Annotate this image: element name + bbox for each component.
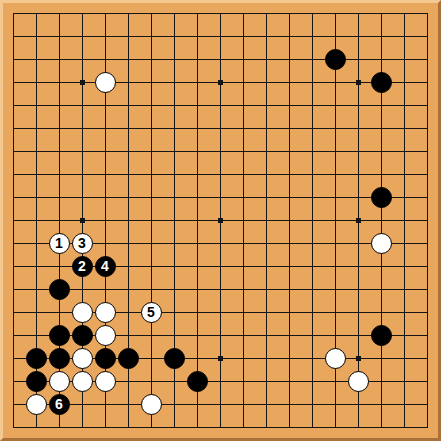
intersection[interactable]	[324, 416, 347, 439]
intersection[interactable]	[370, 209, 393, 232]
intersection[interactable]	[324, 278, 347, 301]
intersection[interactable]	[370, 186, 393, 209]
intersection[interactable]	[186, 186, 209, 209]
intersection[interactable]	[25, 393, 48, 416]
intersection[interactable]	[324, 25, 347, 48]
intersection[interactable]	[94, 301, 117, 324]
intersection[interactable]	[370, 347, 393, 370]
intersection[interactable]	[25, 209, 48, 232]
intersection[interactable]	[416, 48, 439, 71]
intersection[interactable]	[301, 25, 324, 48]
intersection[interactable]	[71, 117, 94, 140]
intersection[interactable]	[209, 117, 232, 140]
intersection[interactable]	[140, 209, 163, 232]
intersection[interactable]	[25, 48, 48, 71]
intersection[interactable]	[140, 278, 163, 301]
intersection[interactable]	[278, 186, 301, 209]
intersection[interactable]	[163, 416, 186, 439]
intersection[interactable]	[94, 117, 117, 140]
intersection[interactable]	[2, 71, 25, 94]
intersection[interactable]	[393, 232, 416, 255]
intersection[interactable]	[347, 25, 370, 48]
intersection[interactable]	[163, 2, 186, 25]
intersection[interactable]	[255, 140, 278, 163]
intersection[interactable]	[416, 117, 439, 140]
intersection[interactable]	[324, 163, 347, 186]
intersection[interactable]	[416, 186, 439, 209]
intersection[interactable]	[71, 94, 94, 117]
intersection[interactable]	[393, 278, 416, 301]
intersection[interactable]	[416, 416, 439, 439]
intersection[interactable]	[94, 25, 117, 48]
intersection[interactable]	[209, 163, 232, 186]
intersection[interactable]	[48, 278, 71, 301]
intersection[interactable]	[347, 140, 370, 163]
intersection[interactable]	[163, 393, 186, 416]
intersection[interactable]	[393, 209, 416, 232]
intersection[interactable]	[255, 324, 278, 347]
intersection[interactable]	[48, 163, 71, 186]
intersection[interactable]	[209, 301, 232, 324]
intersection[interactable]	[232, 232, 255, 255]
intersection[interactable]	[2, 209, 25, 232]
intersection[interactable]	[140, 232, 163, 255]
intersection[interactable]	[48, 71, 71, 94]
intersection[interactable]	[2, 393, 25, 416]
intersection[interactable]	[416, 324, 439, 347]
intersection[interactable]	[48, 347, 71, 370]
intersection[interactable]	[416, 163, 439, 186]
intersection[interactable]	[255, 94, 278, 117]
intersection[interactable]	[48, 48, 71, 71]
intersection[interactable]	[94, 2, 117, 25]
intersection[interactable]	[255, 278, 278, 301]
intersection[interactable]	[25, 416, 48, 439]
intersection[interactable]	[71, 301, 94, 324]
intersection[interactable]	[71, 186, 94, 209]
intersection[interactable]	[163, 71, 186, 94]
intersection[interactable]	[301, 163, 324, 186]
intersection[interactable]	[71, 25, 94, 48]
intersection[interactable]	[71, 163, 94, 186]
intersection[interactable]	[324, 48, 347, 71]
intersection[interactable]	[71, 416, 94, 439]
intersection[interactable]	[416, 347, 439, 370]
intersection[interactable]	[347, 347, 370, 370]
intersection[interactable]	[140, 186, 163, 209]
intersection[interactable]	[232, 393, 255, 416]
intersection[interactable]	[163, 301, 186, 324]
intersection[interactable]	[71, 2, 94, 25]
intersection[interactable]	[71, 209, 94, 232]
intersection[interactable]	[209, 2, 232, 25]
intersection[interactable]: 4	[94, 255, 117, 278]
intersection[interactable]	[94, 324, 117, 347]
intersection[interactable]	[48, 140, 71, 163]
intersection[interactable]	[324, 232, 347, 255]
intersection[interactable]	[232, 347, 255, 370]
intersection[interactable]	[278, 163, 301, 186]
intersection[interactable]	[324, 393, 347, 416]
intersection[interactable]	[278, 25, 301, 48]
intersection[interactable]	[324, 2, 347, 25]
intersection[interactable]	[301, 186, 324, 209]
intersection[interactable]	[2, 2, 25, 25]
intersection[interactable]	[117, 186, 140, 209]
intersection[interactable]	[301, 71, 324, 94]
intersection[interactable]	[48, 209, 71, 232]
intersection[interactable]	[71, 324, 94, 347]
intersection[interactable]	[393, 370, 416, 393]
intersection[interactable]	[255, 186, 278, 209]
intersection[interactable]	[48, 370, 71, 393]
intersection[interactable]	[347, 48, 370, 71]
intersection[interactable]	[117, 117, 140, 140]
intersection[interactable]	[94, 94, 117, 117]
intersection[interactable]	[209, 278, 232, 301]
intersection[interactable]	[278, 255, 301, 278]
intersection[interactable]	[25, 25, 48, 48]
intersection[interactable]	[140, 416, 163, 439]
intersection[interactable]	[301, 347, 324, 370]
intersection[interactable]	[347, 232, 370, 255]
intersection[interactable]	[186, 278, 209, 301]
intersection[interactable]	[347, 324, 370, 347]
intersection[interactable]	[278, 71, 301, 94]
intersection[interactable]	[301, 393, 324, 416]
intersection[interactable]	[117, 2, 140, 25]
intersection[interactable]	[94, 232, 117, 255]
intersection[interactable]	[2, 48, 25, 71]
intersection[interactable]	[186, 416, 209, 439]
intersection[interactable]	[347, 94, 370, 117]
intersection[interactable]	[94, 48, 117, 71]
intersection[interactable]	[186, 209, 209, 232]
intersection[interactable]	[416, 278, 439, 301]
intersection[interactable]	[232, 324, 255, 347]
intersection[interactable]	[416, 209, 439, 232]
intersection[interactable]	[94, 278, 117, 301]
intersection[interactable]	[163, 347, 186, 370]
intersection[interactable]	[393, 393, 416, 416]
intersection[interactable]	[25, 140, 48, 163]
intersection[interactable]	[232, 278, 255, 301]
intersection[interactable]	[324, 209, 347, 232]
intersection[interactable]	[209, 71, 232, 94]
intersection[interactable]	[25, 255, 48, 278]
intersection[interactable]	[71, 278, 94, 301]
intersection[interactable]	[140, 117, 163, 140]
intersection[interactable]	[2, 255, 25, 278]
intersection[interactable]	[117, 324, 140, 347]
intersection[interactable]	[209, 232, 232, 255]
intersection[interactable]	[117, 25, 140, 48]
intersection[interactable]	[393, 94, 416, 117]
intersection[interactable]	[301, 301, 324, 324]
intersection[interactable]	[416, 71, 439, 94]
intersection[interactable]	[117, 255, 140, 278]
intersection[interactable]	[2, 301, 25, 324]
intersection[interactable]	[416, 370, 439, 393]
intersection[interactable]	[370, 278, 393, 301]
intersection[interactable]	[209, 347, 232, 370]
intersection[interactable]	[2, 416, 25, 439]
intersection[interactable]	[416, 94, 439, 117]
intersection[interactable]	[255, 209, 278, 232]
intersection[interactable]	[370, 324, 393, 347]
intersection[interactable]	[140, 94, 163, 117]
intersection[interactable]	[117, 140, 140, 163]
intersection[interactable]	[278, 209, 301, 232]
intersection[interactable]	[163, 324, 186, 347]
intersection[interactable]	[347, 278, 370, 301]
intersection[interactable]	[347, 255, 370, 278]
intersection[interactable]	[48, 255, 71, 278]
intersection[interactable]	[140, 25, 163, 48]
intersection[interactable]	[324, 186, 347, 209]
intersection[interactable]	[186, 255, 209, 278]
intersection[interactable]	[209, 393, 232, 416]
intersection[interactable]	[71, 347, 94, 370]
intersection[interactable]	[117, 278, 140, 301]
intersection[interactable]	[2, 186, 25, 209]
intersection[interactable]	[209, 416, 232, 439]
intersection[interactable]	[25, 186, 48, 209]
intersection[interactable]	[2, 163, 25, 186]
intersection[interactable]	[94, 71, 117, 94]
intersection[interactable]	[71, 71, 94, 94]
intersection[interactable]	[232, 416, 255, 439]
intersection[interactable]	[324, 324, 347, 347]
intersection[interactable]	[140, 324, 163, 347]
intersection[interactable]	[209, 25, 232, 48]
intersection[interactable]	[324, 117, 347, 140]
intersection[interactable]	[232, 140, 255, 163]
intersection[interactable]	[324, 347, 347, 370]
intersection[interactable]	[278, 140, 301, 163]
intersection[interactable]	[117, 232, 140, 255]
intersection[interactable]	[140, 370, 163, 393]
intersection[interactable]	[324, 140, 347, 163]
intersection[interactable]	[163, 278, 186, 301]
intersection[interactable]	[278, 370, 301, 393]
intersection[interactable]	[301, 117, 324, 140]
intersection[interactable]	[186, 71, 209, 94]
intersection[interactable]	[25, 301, 48, 324]
intersection[interactable]	[71, 370, 94, 393]
intersection[interactable]	[347, 163, 370, 186]
intersection[interactable]	[255, 370, 278, 393]
intersection[interactable]	[301, 140, 324, 163]
intersection[interactable]	[71, 140, 94, 163]
intersection[interactable]	[140, 255, 163, 278]
intersection[interactable]	[186, 370, 209, 393]
intersection[interactable]	[347, 301, 370, 324]
intersection[interactable]	[186, 301, 209, 324]
intersection[interactable]	[209, 186, 232, 209]
intersection[interactable]	[278, 117, 301, 140]
intersection[interactable]	[186, 140, 209, 163]
intersection[interactable]	[416, 301, 439, 324]
intersection[interactable]	[186, 347, 209, 370]
intersection[interactable]	[117, 347, 140, 370]
intersection[interactable]	[232, 71, 255, 94]
intersection[interactable]	[232, 48, 255, 71]
intersection[interactable]	[278, 324, 301, 347]
intersection[interactable]	[209, 94, 232, 117]
intersection[interactable]	[370, 117, 393, 140]
intersection[interactable]	[94, 186, 117, 209]
intersection[interactable]: 1	[48, 232, 71, 255]
intersection[interactable]	[94, 347, 117, 370]
intersection[interactable]	[186, 2, 209, 25]
intersection[interactable]	[209, 48, 232, 71]
intersection[interactable]	[232, 117, 255, 140]
intersection[interactable]	[25, 370, 48, 393]
intersection[interactable]	[163, 48, 186, 71]
intersection[interactable]	[301, 209, 324, 232]
intersection[interactable]	[393, 255, 416, 278]
intersection[interactable]	[393, 140, 416, 163]
intersection[interactable]	[255, 416, 278, 439]
intersection[interactable]	[94, 163, 117, 186]
intersection[interactable]	[301, 370, 324, 393]
intersection[interactable]	[94, 209, 117, 232]
intersection[interactable]	[370, 163, 393, 186]
intersection[interactable]	[416, 255, 439, 278]
intersection[interactable]	[255, 2, 278, 25]
intersection[interactable]	[416, 2, 439, 25]
intersection[interactable]	[2, 347, 25, 370]
intersection[interactable]	[370, 2, 393, 25]
intersection[interactable]	[117, 71, 140, 94]
intersection[interactable]	[370, 301, 393, 324]
intersection[interactable]	[278, 48, 301, 71]
intersection[interactable]	[278, 301, 301, 324]
intersection[interactable]	[347, 186, 370, 209]
intersection[interactable]	[209, 324, 232, 347]
intersection[interactable]	[301, 255, 324, 278]
intersection[interactable]: 5	[140, 301, 163, 324]
intersection[interactable]	[117, 94, 140, 117]
intersection[interactable]	[232, 2, 255, 25]
intersection[interactable]	[324, 370, 347, 393]
intersection[interactable]	[232, 255, 255, 278]
intersection[interactable]	[324, 301, 347, 324]
intersection[interactable]	[393, 416, 416, 439]
intersection[interactable]	[370, 71, 393, 94]
intersection[interactable]: 3	[71, 232, 94, 255]
intersection[interactable]	[393, 25, 416, 48]
intersection[interactable]	[324, 255, 347, 278]
intersection[interactable]	[25, 71, 48, 94]
intersection[interactable]	[393, 71, 416, 94]
intersection[interactable]	[2, 324, 25, 347]
intersection[interactable]	[301, 2, 324, 25]
intersection[interactable]	[117, 301, 140, 324]
intersection[interactable]	[25, 117, 48, 140]
intersection[interactable]	[393, 2, 416, 25]
intersection[interactable]	[71, 48, 94, 71]
intersection[interactable]	[301, 232, 324, 255]
intersection[interactable]	[48, 324, 71, 347]
intersection[interactable]	[163, 140, 186, 163]
intersection[interactable]	[48, 416, 71, 439]
intersection[interactable]	[347, 71, 370, 94]
intersection[interactable]	[347, 370, 370, 393]
intersection[interactable]	[324, 94, 347, 117]
intersection[interactable]	[255, 301, 278, 324]
intersection[interactable]	[117, 416, 140, 439]
intersection[interactable]	[94, 140, 117, 163]
intersection[interactable]	[232, 186, 255, 209]
intersection[interactable]	[25, 163, 48, 186]
intersection[interactable]	[393, 48, 416, 71]
intersection[interactable]	[347, 393, 370, 416]
intersection[interactable]	[301, 278, 324, 301]
intersection[interactable]	[324, 71, 347, 94]
intersection[interactable]	[209, 255, 232, 278]
intersection[interactable]	[25, 278, 48, 301]
intersection[interactable]	[278, 2, 301, 25]
intersection[interactable]	[186, 117, 209, 140]
intersection[interactable]	[163, 94, 186, 117]
intersection[interactable]	[209, 370, 232, 393]
intersection[interactable]	[347, 209, 370, 232]
intersection[interactable]	[255, 48, 278, 71]
intersection[interactable]	[255, 71, 278, 94]
intersection[interactable]	[25, 347, 48, 370]
intersection[interactable]	[25, 324, 48, 347]
intersection[interactable]	[209, 140, 232, 163]
intersection[interactable]: 6	[48, 393, 71, 416]
intersection[interactable]	[140, 347, 163, 370]
intersection[interactable]	[94, 393, 117, 416]
intersection[interactable]	[255, 393, 278, 416]
intersection[interactable]	[301, 48, 324, 71]
intersection[interactable]	[278, 347, 301, 370]
intersection[interactable]	[25, 94, 48, 117]
intersection[interactable]	[278, 416, 301, 439]
intersection[interactable]	[140, 2, 163, 25]
intersection[interactable]	[186, 393, 209, 416]
intersection[interactable]	[255, 232, 278, 255]
intersection[interactable]	[370, 140, 393, 163]
intersection[interactable]	[301, 416, 324, 439]
intersection[interactable]	[370, 416, 393, 439]
intersection[interactable]	[347, 416, 370, 439]
intersection[interactable]	[25, 2, 48, 25]
intersection[interactable]	[232, 370, 255, 393]
intersection[interactable]	[140, 48, 163, 71]
intersection[interactable]	[2, 370, 25, 393]
intersection[interactable]	[255, 163, 278, 186]
intersection[interactable]	[48, 94, 71, 117]
intersection[interactable]	[94, 370, 117, 393]
intersection[interactable]	[48, 2, 71, 25]
intersection[interactable]	[2, 140, 25, 163]
intersection[interactable]	[255, 347, 278, 370]
intersection[interactable]	[255, 25, 278, 48]
intersection[interactable]	[163, 117, 186, 140]
intersection[interactable]	[232, 209, 255, 232]
intersection[interactable]	[232, 301, 255, 324]
intersection[interactable]	[163, 25, 186, 48]
intersection[interactable]	[347, 2, 370, 25]
intersection[interactable]	[186, 232, 209, 255]
intersection[interactable]	[255, 255, 278, 278]
intersection[interactable]	[186, 163, 209, 186]
